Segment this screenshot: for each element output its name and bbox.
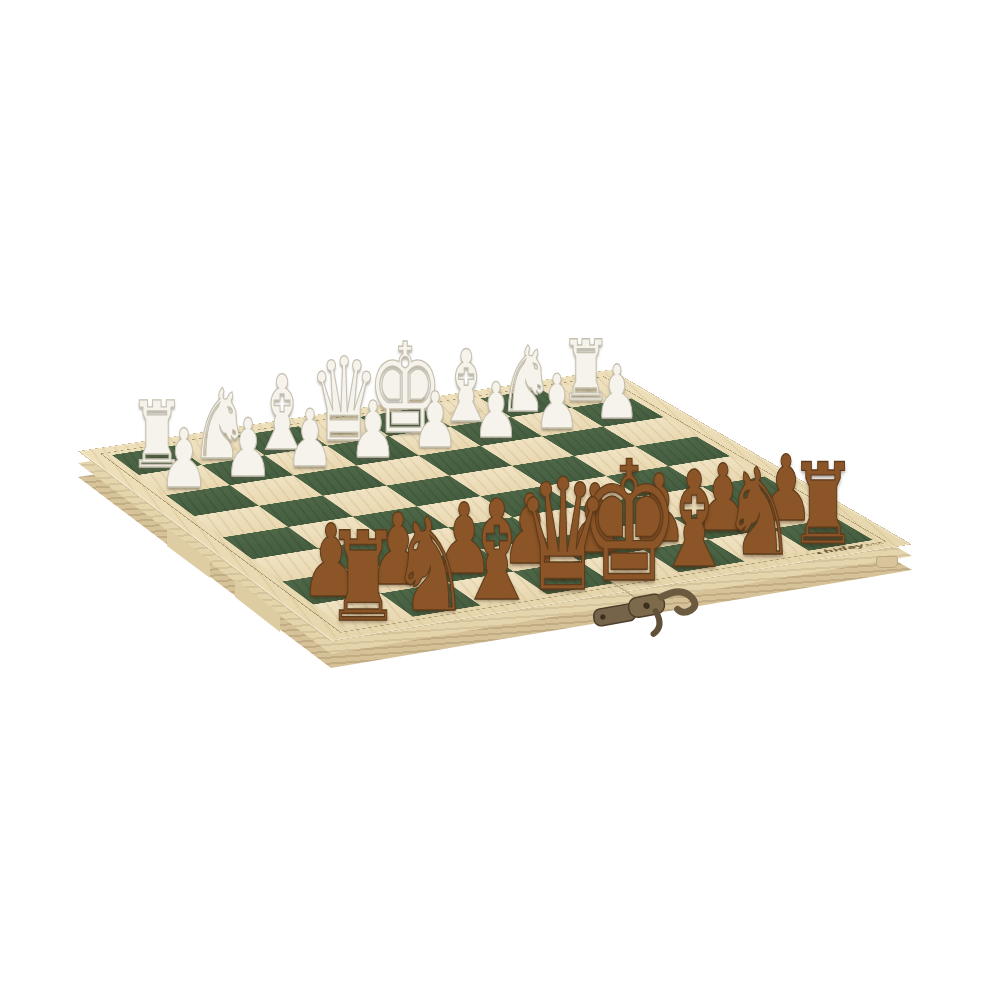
brass-clasp-icon — [585, 578, 717, 656]
board-squares — [112, 380, 873, 628]
board-foot — [876, 556, 898, 568]
product-photo-scene: ▲hiday.com ♜♞♝♛♚♝♞♜♟♟♟♟♟♟♟♟♟♟♟♟♟♟♟♟♜♞♝♛♚… — [0, 0, 1000, 1000]
chess-board: ▲hiday.com — [112, 380, 873, 628]
